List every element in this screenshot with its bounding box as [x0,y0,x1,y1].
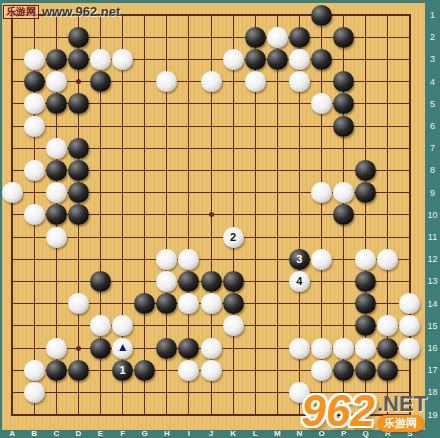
white-stone[interactable] [46,182,67,203]
white-stone[interactable] [24,382,45,403]
column-coordinate-label: E [94,429,108,438]
site-logo-badge: 乐游网 [377,415,424,432]
white-stone[interactable] [46,227,67,248]
black-stone[interactable] [377,360,398,381]
white-stone[interactable] [24,49,45,70]
site-logo-number: 962 [301,391,374,431]
row-coordinate-label: 5 [425,99,440,109]
black-stone[interactable] [355,360,376,381]
black-stone[interactable] [333,360,354,381]
black-stone[interactable] [68,360,89,381]
white-stone[interactable]: 2 [223,227,244,248]
site-url-text: www.962.net [42,4,120,19]
white-stone[interactable] [311,249,332,270]
row-coordinate-label: 11 [425,232,440,242]
black-stone[interactable] [245,27,266,48]
white-stone[interactable] [201,71,222,92]
column-coordinate-label: A [5,429,19,438]
black-stone[interactable] [156,338,177,359]
white-stone[interactable] [24,160,45,181]
column-coordinate-label: D [71,429,85,438]
black-stone[interactable] [90,71,111,92]
white-stone[interactable] [201,360,222,381]
white-stone[interactable] [267,27,288,48]
white-stone[interactable] [24,204,45,225]
site-watermark-top-left: 乐游网 www.962.net [3,4,120,19]
column-coordinate-label: C [49,429,63,438]
column-coordinate-label: L [248,429,262,438]
row-coordinate-label: 8 [425,165,440,175]
white-stone[interactable] [46,138,67,159]
column-coordinate-label: I [182,429,196,438]
white-stone[interactable] [355,338,376,359]
white-stone[interactable] [333,338,354,359]
black-stone[interactable] [377,338,398,359]
black-stone[interactable] [201,271,222,292]
white-stone[interactable] [201,293,222,314]
move-number-label: 4 [296,276,302,287]
black-stone[interactable]: 1 [112,360,133,381]
row-coordinate-label: 12 [425,254,440,264]
column-coordinate-label: M [270,429,284,438]
row-coordinate-label: 3 [425,54,440,64]
black-stone[interactable] [68,27,89,48]
black-stone[interactable] [68,160,89,181]
row-coordinate-label: 19 [425,410,440,420]
black-stone[interactable] [68,138,89,159]
black-stone[interactable] [46,360,67,381]
black-stone[interactable] [24,71,45,92]
white-stone[interactable] [311,182,332,203]
column-coordinate-label: K [226,429,240,438]
white-stone[interactable] [289,49,310,70]
black-stone[interactable] [46,49,67,70]
white-stone[interactable] [24,93,45,114]
star-point [76,346,81,351]
black-stone[interactable] [311,49,332,70]
white-stone[interactable] [377,249,398,270]
row-coordinate-label: 14 [425,299,440,309]
black-stone[interactable] [46,204,67,225]
row-coordinate-label: 9 [425,188,440,198]
white-stone[interactable] [24,360,45,381]
black-stone[interactable] [333,116,354,137]
white-stone[interactable] [156,249,177,270]
black-stone[interactable] [267,49,288,70]
black-stone[interactable] [311,5,332,26]
white-stone[interactable] [289,338,310,359]
white-stone[interactable] [355,249,376,270]
triangle-mark: ▲ [117,341,129,353]
white-stone[interactable]: 4 [289,271,310,292]
row-coordinate-label: 2 [425,32,440,42]
black-stone[interactable] [223,271,244,292]
black-stone[interactable] [46,93,67,114]
move-number-label: 3 [296,254,302,265]
move-number-label: 1 [120,365,126,376]
white-stone[interactable] [201,338,222,359]
white-stone[interactable] [399,315,420,336]
black-stone[interactable] [223,293,244,314]
white-stone[interactable] [46,338,67,359]
row-coordinate-label: 18 [425,387,440,397]
black-stone[interactable] [333,27,354,48]
black-stone[interactable] [245,49,266,70]
black-stone[interactable] [355,271,376,292]
white-stone[interactable] [24,116,45,137]
column-coordinate-label: H [160,429,174,438]
black-stone[interactable] [90,338,111,359]
row-coordinate-label: 17 [425,365,440,375]
site-name-badge: 乐游网 [3,5,39,19]
black-stone[interactable] [68,182,89,203]
row-coordinate-label: 6 [425,121,440,131]
black-stone[interactable] [289,27,310,48]
row-coordinate-label: 4 [425,77,440,87]
go-board-screenshot: 234▲112345678910111213141516171819ABCDEF… [0,0,440,438]
black-stone[interactable] [134,360,155,381]
row-coordinate-label: 1 [425,10,440,20]
site-logo-suffix: .NET [377,394,427,414]
white-stone[interactable] [245,71,266,92]
row-coordinate-label: 16 [425,343,440,353]
white-stone[interactable] [399,293,420,314]
white-stone[interactable] [178,249,199,270]
row-coordinate-label: 15 [425,321,440,331]
white-stone[interactable] [223,315,244,336]
white-stone[interactable] [311,360,332,381]
board-overlay: 234▲112345678910111213141516171819ABCDEF… [0,0,440,438]
white-stone[interactable] [311,338,332,359]
black-stone[interactable] [90,271,111,292]
column-coordinate-label: G [138,429,152,438]
column-coordinate-label: F [116,429,130,438]
site-watermark-bottom-right: 962 .NET 乐游网 [301,391,427,432]
white-stone[interactable] [399,338,420,359]
white-stone[interactable] [90,49,111,70]
white-stone[interactable] [178,360,199,381]
row-coordinate-label: 13 [425,276,440,286]
move-number-label: 2 [230,232,236,243]
white-stone[interactable] [289,71,310,92]
white-stone[interactable] [2,182,23,203]
black-stone[interactable] [178,338,199,359]
white-stone[interactable] [46,71,67,92]
white-stone[interactable] [112,49,133,70]
black-stone[interactable]: 3 [289,249,310,270]
column-coordinate-label: J [204,429,218,438]
row-coordinate-label: 10 [425,210,440,220]
white-stone[interactable] [223,49,244,70]
black-stone[interactable] [355,160,376,181]
white-stone[interactable]: ▲ [112,338,133,359]
column-coordinate-label: B [27,429,41,438]
star-point [209,212,214,217]
black-stone[interactable] [46,160,67,181]
black-stone[interactable] [68,49,89,70]
white-stone[interactable] [68,293,89,314]
star-point [76,79,81,84]
row-coordinate-label: 7 [425,143,440,153]
